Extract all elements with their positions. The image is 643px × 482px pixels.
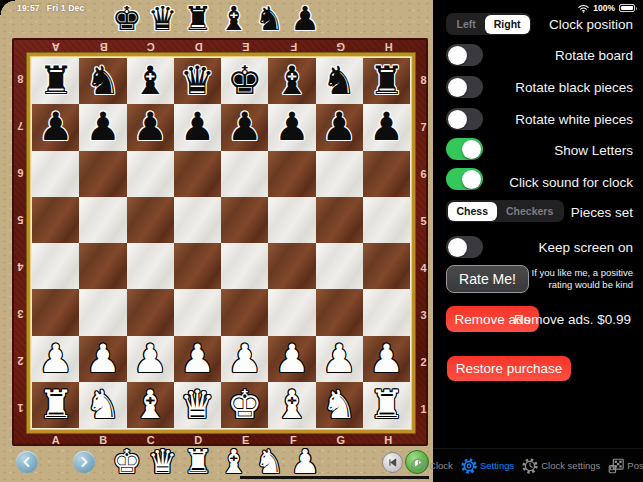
square-d3[interactable] [174, 289, 221, 335]
forward-move-button[interactable] [73, 451, 95, 473]
file-label-b: B [80, 40, 128, 53]
clock-gear-icon [521, 457, 539, 475]
tray-white-rook[interactable]: ♜ [183, 443, 213, 481]
square-e5[interactable] [221, 197, 268, 243]
square-b1[interactable]: ♞ [79, 382, 126, 428]
square-c6[interactable] [127, 151, 174, 197]
square-a5[interactable] [32, 197, 79, 243]
wifi-icon [578, 4, 589, 13]
square-a4[interactable] [32, 243, 79, 289]
white-bishop[interactable]: ♝ [274, 383, 309, 427]
tray-divider-line [240, 476, 429, 479]
file-label-h: H [365, 40, 413, 53]
square-h2[interactable]: ♟ [363, 336, 410, 382]
white-rook[interactable]: ♜ [369, 383, 404, 427]
toggle-knob [448, 46, 467, 65]
square-e3[interactable] [221, 289, 268, 335]
square-a2[interactable]: ♟ [32, 336, 79, 382]
black-pawn[interactable]: ♟ [180, 105, 215, 149]
file-label-e: E [222, 40, 270, 53]
tab-clock-label: Clock [429, 460, 453, 471]
board-border: ♜♞♝♛♚♝♞♜♟♟♟♟♟♟♟♟♟♟♟♟♟♟♟♟♜♞♝♛♚♝♞♜ [27, 53, 415, 433]
white-pawn[interactable]: ♟ [180, 337, 215, 381]
tab-positions[interactable]: Positions [607, 457, 643, 475]
app-screen: 19:57 Fri 1 Dec ♚♛♜♝♞♟ ABCDEFGH ABCDEFGH… [0, 0, 643, 482]
square-c3[interactable] [127, 289, 174, 335]
square-h3[interactable] [363, 289, 410, 335]
square-g8[interactable]: ♞ [316, 58, 363, 104]
black-king[interactable]: ♚ [227, 59, 262, 103]
rank-label-3: 3 [14, 291, 27, 338]
file-label-c: C [127, 434, 175, 447]
file-label-g: G [317, 40, 365, 53]
rank-labels-left: 87654321 [14, 56, 27, 432]
black-pawn[interactable]: ♟ [133, 105, 168, 149]
board-grid: ♜♞♝♛♚♝♞♜♟♟♟♟♟♟♟♟♟♟♟♟♟♟♟♟♜♞♝♛♚♝♞♜ [32, 58, 410, 428]
file-label-a: A [32, 434, 80, 447]
toggle-knob [462, 140, 481, 159]
square-d8[interactable]: ♛ [174, 58, 221, 104]
black-pawn[interactable]: ♟ [85, 105, 120, 149]
chevron-right-icon [78, 456, 90, 468]
board-frame: ABCDEFGH ABCDEFGH 87654321 87654321 ♜♞♝♛… [12, 38, 428, 446]
rotate-board-label: Rotate board [555, 48, 633, 63]
click-sound-toggle[interactable] [446, 168, 483, 190]
rank-label-8: 8 [14, 56, 27, 103]
black-rook[interactable]: ♜ [369, 59, 404, 103]
captured-tray-black: ♚♛♜♝♞♟ [112, 0, 320, 39]
tab-bar: Clock Settings Clock settings [433, 448, 643, 482]
black-pawn[interactable]: ♟ [227, 105, 262, 149]
rank-label-7: 7 [14, 103, 27, 150]
square-c2[interactable]: ♟ [127, 336, 174, 382]
battery-percent: 100% [593, 3, 615, 13]
tray-black-king[interactable]: ♚ [112, 0, 142, 38]
square-e6[interactable] [221, 151, 268, 197]
square-h1[interactable]: ♜ [363, 382, 410, 428]
status-bar-right: 100% [578, 3, 635, 13]
white-pawn[interactable]: ♟ [369, 337, 404, 381]
file-label-a: A [32, 40, 80, 53]
file-label-e: E [222, 434, 270, 447]
restore-purchase-button[interactable]: Restore purchase [447, 356, 571, 381]
positions-board-icon [607, 457, 625, 475]
rank-label-5: 5 [417, 197, 430, 244]
remove-ads-caption: Remove ads. $0.99 [514, 312, 631, 327]
battery-icon [619, 4, 635, 12]
square-a8[interactable]: ♜ [32, 58, 79, 104]
square-e8[interactable]: ♚ [221, 58, 268, 104]
square-f4[interactable] [268, 243, 315, 289]
black-queen[interactable]: ♛ [180, 59, 215, 103]
clock-position-label: Clock position [549, 17, 633, 32]
toggle-knob [462, 170, 481, 189]
black-bishop[interactable]: ♝ [274, 59, 309, 103]
pieces-set-checkers-option[interactable]: Checkers [497, 202, 562, 221]
square-g6[interactable] [316, 151, 363, 197]
skip-back-icon [387, 457, 398, 468]
tray-white-king[interactable]: ♚ [112, 443, 142, 481]
square-h4[interactable] [363, 243, 410, 289]
keep-screen-on-label: Keep screen on [538, 240, 633, 255]
status-date: Fri 1 Dec [47, 3, 85, 13]
toggle-knob [448, 78, 467, 97]
rank-labels-right: 87654321 [417, 56, 430, 432]
square-f6[interactable] [268, 151, 315, 197]
square-a1[interactable]: ♜ [32, 382, 79, 428]
rate-me-caption: If you like me, a positive rating would … [508, 267, 633, 290]
rotate-black-pieces-toggle[interactable] [446, 76, 483, 98]
rank-label-2: 2 [417, 338, 430, 385]
square-b2[interactable]: ♟ [79, 336, 126, 382]
square-b7[interactable]: ♟ [79, 104, 126, 150]
pieces-set-chess-option[interactable]: Chess [448, 202, 498, 221]
square-b8[interactable]: ♞ [79, 58, 126, 104]
status-bar-left: 19:57 Fri 1 Dec [17, 3, 84, 13]
white-pawn[interactable]: ♟ [322, 337, 357, 381]
square-d4[interactable] [174, 243, 221, 289]
status-time: 19:57 [17, 3, 40, 13]
square-e1[interactable]: ♚ [221, 382, 268, 428]
rank-label-1: 1 [14, 385, 27, 432]
square-d6[interactable] [174, 151, 221, 197]
square-e7[interactable]: ♟ [221, 104, 268, 150]
rank-label-4: 4 [417, 244, 430, 291]
file-label-d: D [175, 40, 223, 53]
white-rook[interactable]: ♜ [38, 383, 73, 427]
square-b3[interactable] [79, 289, 126, 335]
file-labels-top: ABCDEFGH [32, 40, 412, 53]
square-d2[interactable]: ♟ [174, 336, 221, 382]
rank-label-6: 6 [417, 150, 430, 197]
tab-positions-label: Positions [627, 460, 643, 471]
file-label-f: F [270, 40, 318, 53]
rank-label-6: 6 [14, 150, 27, 197]
white-pawn[interactable]: ♟ [85, 337, 120, 381]
tab-clock-settings[interactable]: Clock settings [521, 457, 600, 475]
file-label-b: B [80, 434, 128, 447]
square-b4[interactable] [79, 243, 126, 289]
rotate-white-pieces-toggle[interactable] [446, 108, 483, 130]
keep-screen-on-toggle[interactable] [446, 236, 483, 258]
chevron-left-icon [21, 456, 33, 468]
rank-label-5: 5 [14, 197, 27, 244]
rank-label-7: 7 [417, 103, 430, 150]
white-knight[interactable]: ♞ [85, 383, 120, 427]
square-c7[interactable]: ♟ [127, 104, 174, 150]
square-e2[interactable]: ♟ [221, 336, 268, 382]
rotate-board-toggle[interactable] [446, 44, 483, 66]
tray-black-rook[interactable]: ♜ [183, 0, 213, 38]
pieces-set-label: Pieces set [571, 205, 633, 220]
rank-label-3: 3 [417, 291, 430, 338]
toggle-knob [448, 110, 467, 129]
tray-black-queen[interactable]: ♛ [148, 0, 178, 38]
skip-to-start-button[interactable] [382, 452, 403, 473]
square-d1[interactable]: ♛ [174, 382, 221, 428]
rank-label-1: 1 [417, 385, 430, 432]
square-d7[interactable]: ♟ [174, 104, 221, 150]
rank-label-4: 4 [14, 244, 27, 291]
gear-icon [460, 457, 478, 475]
square-h5[interactable] [363, 197, 410, 243]
square-a3[interactable] [32, 289, 79, 335]
square-g1[interactable]: ♞ [316, 382, 363, 428]
black-knight[interactable]: ♞ [322, 59, 357, 103]
square-h7[interactable]: ♟ [363, 104, 410, 150]
black-pawn[interactable]: ♟ [322, 105, 357, 149]
square-f3[interactable] [268, 289, 315, 335]
board-area: 19:57 Fri 1 Dec ♚♛♜♝♞♟ ABCDEFGH ABCDEFGH… [0, 0, 433, 482]
toggle-knob [448, 238, 467, 257]
file-labels-bottom: ABCDEFGH [32, 434, 412, 447]
black-pawn[interactable]: ♟ [38, 105, 73, 149]
file-label-d: D [175, 434, 223, 447]
tray-black-knight[interactable]: ♞ [255, 0, 285, 38]
tray-black-pawn[interactable]: ♟ [290, 0, 320, 38]
white-king[interactable]: ♚ [227, 383, 262, 427]
square-g7[interactable]: ♟ [316, 104, 363, 150]
square-a7[interactable]: ♟ [32, 104, 79, 150]
file-label-c: C [127, 40, 175, 53]
white-pawn[interactable]: ♟ [227, 337, 262, 381]
square-f2[interactable]: ♟ [268, 336, 315, 382]
click-sound-label: Click sound for clock [509, 175, 633, 190]
black-rook[interactable]: ♜ [38, 59, 73, 103]
square-f1[interactable]: ♝ [268, 382, 315, 428]
square-f7[interactable]: ♟ [268, 104, 315, 150]
square-b5[interactable] [79, 197, 126, 243]
tab-settings-label: Settings [480, 460, 514, 471]
black-bishop[interactable]: ♝ [133, 59, 168, 103]
square-f8[interactable]: ♝ [268, 58, 315, 104]
back-move-button[interactable] [16, 451, 38, 473]
square-g5[interactable] [316, 197, 363, 243]
square-c4[interactable] [127, 243, 174, 289]
rotate-white-pieces-label: Rotate white pieces [515, 112, 633, 127]
show-letters-toggle[interactable] [446, 138, 483, 160]
clock-position-segment: Left Right [446, 13, 531, 35]
square-c5[interactable] [127, 197, 174, 243]
black-pawn[interactable]: ♟ [274, 105, 309, 149]
square-g4[interactable] [316, 243, 363, 289]
white-pawn[interactable]: ♟ [274, 337, 309, 381]
tab-clock[interactable]: Clock [410, 457, 453, 474]
rank-label-2: 2 [14, 338, 27, 385]
clock-position-right-option[interactable]: Right [485, 15, 530, 34]
square-g3[interactable] [316, 289, 363, 335]
tab-clock-settings-label: Clock settings [541, 460, 600, 471]
show-letters-label: Show Letters [554, 143, 633, 158]
square-h6[interactable] [363, 151, 410, 197]
pieces-set-segment: Chess Checkers [446, 200, 564, 222]
tab-settings[interactable]: Settings [460, 457, 514, 475]
settings-panel: 100% Left Right Clock position Rotate bo… [433, 0, 643, 482]
square-c1[interactable]: ♝ [127, 382, 174, 428]
black-knight[interactable]: ♞ [85, 59, 120, 103]
white-pawn[interactable]: ♟ [38, 337, 73, 381]
square-c8[interactable]: ♝ [127, 58, 174, 104]
square-h8[interactable]: ♜ [363, 58, 410, 104]
white-queen[interactable]: ♛ [180, 383, 215, 427]
white-pawn[interactable]: ♟ [133, 337, 168, 381]
square-a6[interactable] [32, 151, 79, 197]
white-bishop[interactable]: ♝ [133, 383, 168, 427]
square-f5[interactable] [268, 197, 315, 243]
white-knight[interactable]: ♞ [322, 383, 357, 427]
tray-white-queen[interactable]: ♛ [148, 443, 178, 481]
square-d5[interactable] [174, 197, 221, 243]
tray-black-bishop[interactable]: ♝ [219, 0, 249, 38]
file-label-g: G [317, 434, 365, 447]
square-e4[interactable] [221, 243, 268, 289]
black-pawn[interactable]: ♟ [369, 105, 404, 149]
file-label-h: H [365, 434, 413, 447]
rank-label-8: 8 [417, 56, 430, 103]
screen-corner [0, 0, 15, 15]
file-label-f: F [270, 434, 318, 447]
square-b6[interactable] [79, 151, 126, 197]
clock-icon [410, 457, 427, 474]
rotate-black-pieces-label: Rotate black pieces [515, 80, 633, 95]
clock-position-left-option[interactable]: Left [448, 15, 485, 34]
square-g2[interactable]: ♟ [316, 336, 363, 382]
